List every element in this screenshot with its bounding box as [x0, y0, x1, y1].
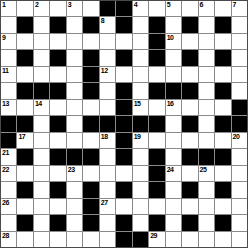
black-cell-r2-c4 [50, 17, 65, 32]
cell-r5-c10[interactable] [149, 67, 164, 82]
cell-r13-c3[interactable] [34, 199, 49, 214]
cell-r11-c7[interactable] [100, 166, 115, 181]
cell-r9-c9[interactable]: 19 [133, 133, 148, 148]
cell-r5-c13[interactable] [199, 67, 214, 82]
black-cell-r15-c9 [133, 232, 148, 247]
clue-number-10: 10 [167, 34, 174, 42]
black-cell-r13-c6 [83, 199, 98, 214]
black-cell-r4-c14 [215, 50, 230, 65]
clue-number-15: 15 [134, 100, 141, 108]
cell-r11-c14[interactable] [215, 166, 230, 181]
black-cell-r12-c14 [215, 182, 230, 197]
cell-r14-c9[interactable] [133, 215, 148, 230]
cell-r7-c4[interactable] [50, 100, 65, 115]
black-cell-r2-c6 [83, 17, 98, 32]
cell-r15-c4[interactable] [50, 232, 65, 247]
clue-number-27: 27 [101, 199, 108, 207]
cell-r7-c3[interactable]: 14 [34, 100, 49, 115]
cell-r8-c13[interactable] [199, 116, 214, 131]
cell-r13-c1[interactable]: 26 [1, 199, 16, 214]
black-cell-r14-c12 [182, 215, 197, 230]
cell-r13-c9[interactable] [133, 199, 148, 214]
cell-r11-c15[interactable] [232, 166, 247, 181]
cell-r10-c1[interactable]: 21 [1, 149, 16, 164]
cell-r9-c3[interactable] [34, 133, 49, 148]
cell-r11-c5[interactable]: 23 [67, 166, 82, 181]
cell-r4-c13[interactable] [199, 50, 214, 65]
clue-number-11: 11 [2, 67, 8, 75]
cell-r10-c3[interactable] [34, 149, 49, 164]
cell-r10-c11[interactable] [166, 149, 181, 164]
black-cell-r10-c4 [50, 149, 65, 164]
cell-r14-c3[interactable] [34, 215, 49, 230]
clue-number-16: 16 [167, 100, 174, 108]
cell-r12-c3[interactable] [34, 182, 49, 197]
black-cell-r6-c10 [149, 83, 164, 98]
cell-r7-c6[interactable] [83, 100, 98, 115]
cell-r9-c6[interactable] [83, 133, 98, 148]
black-cell-r9-c8 [116, 133, 131, 148]
clue-number-26: 26 [2, 199, 9, 207]
cell-r1-c13[interactable]: 6 [199, 1, 214, 16]
clue-number-14: 14 [35, 100, 42, 108]
cell-r13-c11[interactable] [166, 199, 181, 214]
clue-number-21: 21 [2, 149, 9, 157]
black-cell-r10-c8 [116, 149, 131, 164]
black-cell-r8-c15 [232, 116, 247, 131]
clue-number-20: 20 [233, 133, 240, 141]
cell-r14-c7[interactable] [100, 215, 115, 230]
clue-number-29: 29 [150, 232, 157, 240]
clue-number-2: 2 [35, 1, 38, 9]
cell-r7-c13[interactable] [199, 100, 214, 115]
cell-r3-c5[interactable] [67, 34, 82, 49]
cell-r3-c12[interactable] [182, 34, 197, 49]
cell-r5-c15[interactable] [232, 67, 247, 82]
black-cell-r10-c10 [149, 149, 164, 164]
cell-r14-c15[interactable] [232, 215, 247, 230]
black-cell-r12-c2 [17, 182, 32, 197]
clue-number-9: 9 [2, 34, 5, 42]
cell-r7-c1[interactable]: 13 [1, 100, 16, 115]
cell-r7-c10[interactable] [149, 100, 164, 115]
black-cell-r10-c2 [17, 149, 32, 164]
cell-r12-c13[interactable] [199, 182, 214, 197]
cell-r2-c1[interactable] [1, 17, 16, 32]
black-cell-r2-c14 [215, 17, 230, 32]
cell-r9-c2[interactable]: 17 [17, 133, 32, 148]
cell-r15-c5[interactable] [67, 232, 82, 247]
cell-r12-c1[interactable] [1, 182, 16, 197]
black-cell-r14-c4 [50, 215, 65, 230]
black-cell-r6-c12 [182, 83, 197, 98]
black-cell-r14-c6 [83, 215, 98, 230]
black-cell-r2-c8 [116, 17, 131, 32]
clue-number-25: 25 [200, 166, 207, 174]
black-cell-r8-c7 [100, 116, 115, 131]
cell-r5-c4[interactable] [50, 67, 65, 82]
black-cell-r8-c12 [182, 116, 197, 131]
cell-r11-c12[interactable] [182, 166, 197, 181]
cell-r2-c13[interactable] [199, 17, 214, 32]
black-cell-r14-c8 [116, 215, 131, 230]
cell-r5-c14[interactable] [215, 67, 230, 82]
cell-r1-c15[interactable]: 7 [232, 1, 247, 16]
cell-r9-c11[interactable] [166, 133, 181, 148]
cell-r1-c4[interactable] [50, 1, 65, 16]
black-cell-r14-c14 [215, 215, 230, 230]
black-cell-r4-c4 [50, 50, 65, 65]
cell-r10-c7[interactable] [100, 149, 115, 164]
cell-r7-c12[interactable] [182, 100, 197, 115]
black-cell-r12-c10 [149, 182, 164, 197]
black-cell-r3-c10 [149, 34, 164, 49]
cell-r13-c12[interactable] [182, 199, 197, 214]
cell-r1-c6[interactable] [83, 1, 98, 16]
cell-r1-c5[interactable]: 3 [67, 1, 82, 16]
cell-r9-c5[interactable] [67, 133, 82, 148]
cell-r15-c12[interactable] [182, 232, 197, 247]
cell-r4-c5[interactable] [67, 50, 82, 65]
cell-r5-c8[interactable] [116, 67, 131, 82]
clue-number-19: 19 [134, 133, 141, 141]
cell-r12-c7[interactable] [100, 182, 115, 197]
black-cell-r11-c10 [149, 166, 164, 181]
cell-r15-c3[interactable] [34, 232, 49, 247]
cell-r13-c4[interactable] [50, 199, 65, 214]
cell-r1-c9[interactable]: 4 [133, 1, 148, 16]
cell-r9-c13[interactable] [199, 133, 214, 148]
cell-r4-c1[interactable] [1, 50, 16, 65]
cell-r12-c11[interactable] [166, 182, 181, 197]
cell-r5-c9[interactable] [133, 67, 148, 82]
cell-r3-c13[interactable] [199, 34, 214, 49]
cell-r15-c13[interactable] [199, 232, 214, 247]
cell-r8-c11[interactable] [166, 116, 181, 131]
cell-r9-c14[interactable] [215, 133, 230, 148]
cell-r5-c7[interactable]: 12 [100, 67, 115, 82]
black-cell-r7-c15 [232, 100, 247, 115]
cell-r10-c15[interactable] [232, 149, 247, 164]
cell-r7-c14[interactable] [215, 100, 230, 115]
cell-r4-c15[interactable] [232, 50, 247, 65]
black-cell-r10-c6 [83, 149, 98, 164]
cell-r15-c7[interactable] [100, 232, 115, 247]
clue-number-23: 23 [68, 166, 75, 174]
clue-number-18: 18 [101, 133, 108, 141]
cell-r13-c7[interactable]: 27 [100, 199, 115, 214]
clue-number-8: 8 [101, 17, 104, 25]
cell-r5-c12[interactable] [182, 67, 197, 82]
cell-r13-c2[interactable] [17, 199, 32, 214]
black-cell-r7-c8 [116, 100, 131, 115]
black-cell-r8-c8 [116, 116, 131, 131]
cell-r3-c11[interactable]: 10 [166, 34, 181, 49]
cell-r2-c9[interactable] [133, 17, 148, 32]
cell-r6-c15[interactable] [232, 83, 247, 98]
cell-r15-c1[interactable]: 28 [1, 232, 16, 247]
black-cell-r6-c3 [34, 83, 49, 98]
black-cell-r6-c2 [17, 83, 32, 98]
black-cell-r4-c6 [83, 50, 98, 65]
black-cell-r10-c13 [199, 149, 214, 164]
clue-number-13: 13 [2, 100, 9, 108]
clue-number-5: 5 [167, 1, 170, 9]
cell-r13-c10[interactable] [149, 199, 164, 214]
cell-r5-c5[interactable] [67, 67, 82, 82]
clue-number-22: 22 [2, 166, 9, 174]
black-cell-r6-c14 [215, 83, 230, 98]
black-cell-r8-c2 [17, 116, 32, 131]
black-cell-r2-c2 [17, 17, 32, 32]
black-cell-r8-c6 [83, 116, 98, 131]
cell-r15-c2[interactable] [17, 232, 32, 247]
cell-r9-c10[interactable] [149, 133, 164, 148]
cell-r6-c5[interactable] [67, 83, 82, 98]
crossword-board: 1234567891011121314151617181920212223242… [0, 0, 248, 248]
clue-number-24: 24 [167, 166, 174, 174]
black-cell-r10-c5 [67, 149, 82, 164]
cell-r15-c11[interactable] [166, 232, 181, 247]
cell-r7-c7[interactable] [100, 100, 115, 115]
clue-number-4: 4 [134, 1, 137, 9]
cell-r3-c7[interactable] [100, 34, 115, 49]
clue-number-6: 6 [200, 1, 203, 9]
cell-r11-c6[interactable] [83, 166, 98, 181]
cell-r7-c2[interactable] [17, 100, 32, 115]
cell-r2-c7[interactable]: 8 [100, 17, 115, 32]
black-cell-r4-c2 [17, 50, 32, 65]
cell-r4-c9[interactable] [133, 50, 148, 65]
cell-r2-c11[interactable] [166, 17, 181, 32]
cell-r13-c13[interactable] [199, 199, 214, 214]
cell-r15-c10[interactable]: 29 [149, 232, 164, 247]
black-cell-r10-c14 [215, 149, 230, 164]
cell-r3-c1[interactable]: 9 [1, 34, 16, 49]
cell-r14-c13[interactable] [199, 215, 214, 230]
cell-r13-c15[interactable] [232, 199, 247, 214]
cell-r9-c12[interactable] [182, 133, 197, 148]
black-cell-r8-c4 [50, 116, 65, 131]
cell-r11-c3[interactable] [34, 166, 49, 181]
cell-r3-c14[interactable] [215, 34, 230, 49]
cell-r3-c3[interactable] [34, 34, 49, 49]
cell-r2-c3[interactable] [34, 17, 49, 32]
cell-r5-c2[interactable] [17, 67, 32, 82]
clue-number-1: 1 [2, 1, 5, 9]
black-cell-r6-c11 [166, 83, 181, 98]
black-cell-r8-c1 [1, 116, 16, 131]
cell-r3-c4[interactable] [50, 34, 65, 49]
black-cell-r5-c6 [83, 67, 98, 82]
black-cell-r12-c12 [182, 182, 197, 197]
cell-r12-c15[interactable] [232, 182, 247, 197]
cell-r6-c9[interactable] [133, 83, 148, 98]
cell-r1-c1[interactable]: 1 [1, 1, 16, 16]
cell-r9-c7[interactable]: 18 [100, 133, 115, 148]
cell-r13-c5[interactable] [67, 199, 82, 214]
cell-r11-c1[interactable]: 22 [1, 166, 16, 181]
black-cell-r12-c4 [50, 182, 65, 197]
cell-r14-c5[interactable] [67, 215, 82, 230]
cell-r8-c3[interactable] [34, 116, 49, 131]
clue-number-7: 7 [233, 1, 236, 9]
black-cell-r6-c8 [116, 83, 131, 98]
clue-number-12: 12 [101, 67, 108, 75]
cell-r4-c3[interactable] [34, 50, 49, 65]
cell-r1-c12[interactable] [182, 1, 197, 16]
cell-r2-c5[interactable] [67, 17, 82, 32]
black-cell-r12-c8 [116, 182, 131, 197]
cell-r1-c10[interactable] [149, 1, 164, 16]
cell-r6-c7[interactable] [100, 83, 115, 98]
black-cell-r15-c8 [116, 232, 131, 247]
clue-number-17: 17 [18, 133, 25, 141]
black-cell-r1-c8 [116, 1, 131, 16]
cell-r13-c14[interactable] [215, 199, 230, 214]
cell-r3-c6[interactable] [83, 34, 98, 49]
cell-r3-c9[interactable] [133, 34, 148, 49]
black-cell-r8-c14 [215, 116, 230, 131]
cell-r15-c14[interactable] [215, 232, 230, 247]
cell-r1-c11[interactable]: 5 [166, 1, 181, 16]
cell-r5-c3[interactable] [34, 67, 49, 82]
cell-r6-c1[interactable] [1, 83, 16, 98]
cell-r1-c14[interactable] [215, 1, 230, 16]
cell-r7-c5[interactable] [67, 100, 82, 115]
cell-r8-c5[interactable] [67, 116, 82, 131]
black-cell-r14-c2 [17, 215, 32, 230]
cell-r14-c1[interactable] [1, 215, 16, 230]
cell-r3-c2[interactable] [17, 34, 32, 49]
black-cell-r1-c7 [100, 1, 115, 16]
black-cell-r2-c12 [182, 17, 197, 32]
cell-r5-c11[interactable] [166, 67, 181, 82]
cell-r12-c5[interactable] [67, 182, 82, 197]
cell-r12-c9[interactable] [133, 182, 148, 197]
cell-r15-c15[interactable] [232, 232, 247, 247]
cell-r1-c3[interactable]: 2 [34, 1, 49, 16]
cell-r11-c11[interactable]: 24 [166, 166, 181, 181]
cell-r9-c15[interactable]: 20 [232, 133, 247, 148]
cell-r6-c13[interactable] [199, 83, 214, 98]
black-cell-r12-c6 [83, 182, 98, 197]
cell-r2-c15[interactable] [232, 17, 247, 32]
black-cell-r6-c6 [83, 83, 98, 98]
cell-r10-c9[interactable] [133, 149, 148, 164]
cell-r7-c9[interactable]: 15 [133, 100, 148, 115]
cell-r14-c11[interactable] [166, 215, 181, 230]
cell-r11-c2[interactable] [17, 166, 32, 181]
cell-r9-c4[interactable] [50, 133, 65, 148]
cell-r3-c8[interactable] [116, 34, 131, 49]
cell-r4-c11[interactable] [166, 50, 181, 65]
cell-r1-c2[interactable] [17, 1, 32, 16]
black-cell-r4-c12 [182, 50, 197, 65]
cell-r11-c4[interactable] [50, 166, 65, 181]
cell-r13-c8[interactable] [116, 199, 131, 214]
clue-number-28: 28 [2, 232, 9, 240]
black-cell-r6-c4 [50, 83, 65, 98]
black-cell-r8-c10 [149, 116, 164, 131]
cell-r11-c13[interactable]: 25 [199, 166, 214, 181]
cell-r3-c15[interactable] [232, 34, 247, 49]
black-cell-r2-c10 [149, 17, 164, 32]
cell-r11-c8[interactable] [116, 166, 131, 181]
black-cell-r4-c8 [116, 50, 131, 65]
black-cell-r8-c9 [133, 116, 148, 131]
black-cell-r9-c1 [1, 133, 16, 148]
black-cell-r4-c10 [149, 50, 164, 65]
black-cell-r10-c12 [182, 149, 197, 164]
cell-r5-c1[interactable]: 11 [1, 67, 16, 82]
cell-r7-c11[interactable]: 16 [166, 100, 181, 115]
clue-number-3: 3 [68, 1, 71, 9]
cell-r4-c7[interactable] [100, 50, 115, 65]
black-cell-r14-c10 [149, 215, 164, 230]
cell-r11-c9[interactable] [133, 166, 148, 181]
cell-r15-c6[interactable] [83, 232, 98, 247]
